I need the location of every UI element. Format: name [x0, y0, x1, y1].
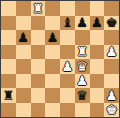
black-pawn: ♟ [91, 16, 103, 29]
square-c7[interactable] [31, 16, 46, 31]
square-d4[interactable] [45, 59, 60, 74]
square-c1[interactable] [31, 103, 46, 118]
square-e8[interactable] [60, 1, 75, 16]
square-g8[interactable] [90, 1, 105, 16]
square-h6[interactable] [104, 30, 119, 45]
square-h1[interactable]: ♚ [104, 103, 119, 118]
square-b7[interactable] [16, 16, 31, 31]
square-c3[interactable] [31, 74, 46, 89]
square-b2[interactable] [16, 88, 31, 103]
square-c5[interactable] [31, 45, 46, 60]
square-g6[interactable] [90, 30, 105, 45]
square-d7[interactable] [45, 16, 60, 31]
square-a7[interactable] [1, 16, 16, 31]
square-e3[interactable] [60, 74, 75, 89]
square-h2[interactable]: ♟ [104, 88, 119, 103]
black-bishop: ♝ [62, 16, 74, 29]
square-a2[interactable]: ♜ [1, 88, 16, 103]
white-pawn: ♟ [62, 60, 74, 73]
square-e6[interactable] [60, 30, 75, 45]
square-b5[interactable] [16, 45, 31, 60]
square-d8[interactable] [45, 1, 60, 16]
square-c2[interactable] [31, 88, 46, 103]
white-rook: ♜ [76, 45, 88, 58]
square-e1[interactable] [60, 103, 75, 118]
chess-board: ♜♝♟♟♚♟♟♜♟♟♛♟♜♛♟♚ [0, 0, 120, 118]
square-b4[interactable] [16, 59, 31, 74]
square-f4[interactable]: ♛ [75, 59, 90, 74]
square-b3[interactable] [16, 74, 31, 89]
square-b6[interactable]: ♟ [16, 30, 31, 45]
square-g1[interactable] [90, 103, 105, 118]
square-h5[interactable]: ♟ [104, 45, 119, 60]
square-h8[interactable] [104, 1, 119, 16]
square-h7[interactable]: ♚ [104, 16, 119, 31]
square-a5[interactable] [1, 45, 16, 60]
square-c6[interactable] [31, 30, 46, 45]
square-f8[interactable] [75, 1, 90, 16]
square-d3[interactable] [45, 74, 60, 89]
square-a1[interactable] [1, 103, 16, 118]
square-f2[interactable]: ♛ [75, 88, 90, 103]
square-f6[interactable] [75, 30, 90, 45]
black-queen: ♛ [76, 89, 88, 102]
square-g3[interactable] [90, 74, 105, 89]
white-pawn: ♟ [76, 74, 88, 87]
square-a6[interactable] [1, 30, 16, 45]
white-rook: ♜ [32, 2, 44, 15]
black-king: ♚ [106, 16, 118, 29]
square-h3[interactable] [104, 74, 119, 89]
square-d2[interactable] [45, 88, 60, 103]
square-g4[interactable] [90, 59, 105, 74]
square-a4[interactable] [1, 59, 16, 74]
square-c8[interactable]: ♜ [31, 1, 46, 16]
square-f3[interactable]: ♟ [75, 74, 90, 89]
white-queen: ♛ [76, 60, 88, 73]
square-a8[interactable] [1, 1, 16, 16]
black-rook: ♜ [3, 89, 15, 102]
square-f7[interactable]: ♟ [75, 16, 90, 31]
square-d1[interactable] [45, 103, 60, 118]
square-b1[interactable] [16, 103, 31, 118]
white-pawn: ♟ [106, 89, 118, 102]
black-pawn: ♟ [76, 16, 88, 29]
square-e7[interactable]: ♝ [60, 16, 75, 31]
black-pawn: ♟ [47, 31, 59, 44]
square-g2[interactable] [90, 88, 105, 103]
square-d6[interactable]: ♟ [45, 30, 60, 45]
square-h4[interactable] [104, 59, 119, 74]
white-king: ♚ [106, 103, 118, 116]
square-a3[interactable] [1, 74, 16, 89]
square-c4[interactable] [31, 59, 46, 74]
square-f5[interactable]: ♜ [75, 45, 90, 60]
square-b8[interactable] [16, 1, 31, 16]
square-f1[interactable] [75, 103, 90, 118]
white-pawn: ♟ [106, 45, 118, 58]
square-e5[interactable] [60, 45, 75, 60]
square-e4[interactable]: ♟ [60, 59, 75, 74]
square-d5[interactable] [45, 45, 60, 60]
square-g5[interactable] [90, 45, 105, 60]
square-g7[interactable]: ♟ [90, 16, 105, 31]
square-e2[interactable] [60, 88, 75, 103]
black-pawn: ♟ [17, 31, 29, 44]
